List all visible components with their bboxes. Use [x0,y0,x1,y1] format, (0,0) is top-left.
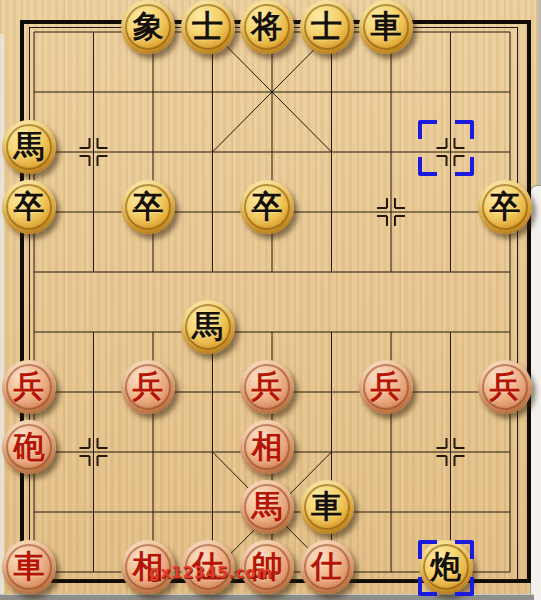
piece-glyph: 卒 [490,191,521,222]
piece-red-advisor[interactable]: 仕 [181,540,235,594]
piece-glyph: 車 [371,11,402,42]
piece-red-general[interactable]: 帥 [240,540,294,594]
piece-black-advisor[interactable]: 士 [181,0,235,54]
piece-glyph: 車 [14,551,45,582]
piece-red-soldier[interactable]: 兵 [121,360,175,414]
piece-red-elephant[interactable]: 相 [121,540,175,594]
piece-glyph: 帥 [252,551,283,582]
piece-black-soldier[interactable]: 卒 [2,180,56,234]
piece-glyph: 象 [133,11,164,42]
piece-black-general[interactable]: 将 [240,0,294,54]
piece-red-soldier[interactable]: 兵 [240,360,294,414]
piece-red-advisor[interactable]: 仕 [300,540,354,594]
piece-black-chariot[interactable]: 車 [300,480,354,534]
piece-glyph: 相 [133,551,164,582]
xiangqi-board[interactable]: 象士将士車馬卒卒卒卒馬車炮兵兵兵兵兵砲相馬車相仕帥仕 gx12345.com [0,0,541,600]
piece-glyph: 仕 [192,551,223,582]
piece-glyph: 相 [252,431,283,462]
piece-red-soldier[interactable]: 兵 [359,360,413,414]
piece-red-elephant[interactable]: 相 [240,420,294,474]
piece-glyph: 馬 [14,131,45,162]
piece-glyph: 士 [311,11,342,42]
piece-glyph: 馬 [252,491,283,522]
piece-glyph: 砲 [14,431,45,462]
piece-glyph: 馬 [192,311,223,342]
piece-glyph: 兵 [252,371,283,402]
piece-glyph: 士 [192,11,223,42]
piece-glyph: 兵 [490,371,521,402]
piece-glyph: 将 [252,11,283,42]
piece-glyph: 車 [311,491,342,522]
piece-black-elephant[interactable]: 象 [121,0,175,54]
piece-red-chariot[interactable]: 車 [2,540,56,594]
piece-glyph: 卒 [14,191,45,222]
piece-glyph: 炮 [430,551,461,582]
piece-black-soldier[interactable]: 卒 [478,180,532,234]
piece-black-advisor[interactable]: 士 [300,0,354,54]
piece-black-soldier[interactable]: 卒 [121,180,175,234]
piece-glyph: 兵 [133,371,164,402]
piece-black-horse[interactable]: 馬 [181,300,235,354]
piece-glyph: 卒 [133,191,164,222]
piece-red-horse[interactable]: 馬 [240,480,294,534]
piece-glyph: 仕 [311,551,342,582]
piece-glyph: 兵 [371,371,402,402]
piece-black-chariot[interactable]: 車 [359,0,413,54]
piece-glyph: 兵 [14,371,45,402]
piece-black-soldier[interactable]: 卒 [240,180,294,234]
piece-red-soldier[interactable]: 兵 [478,360,532,414]
piece-black-horse[interactable]: 馬 [2,120,56,174]
piece-red-soldier[interactable]: 兵 [2,360,56,414]
piece-red-cannon[interactable]: 砲 [2,420,56,474]
piece-glyph: 卒 [252,191,283,222]
piece-black-cannon[interactable]: 炮 [419,540,473,594]
